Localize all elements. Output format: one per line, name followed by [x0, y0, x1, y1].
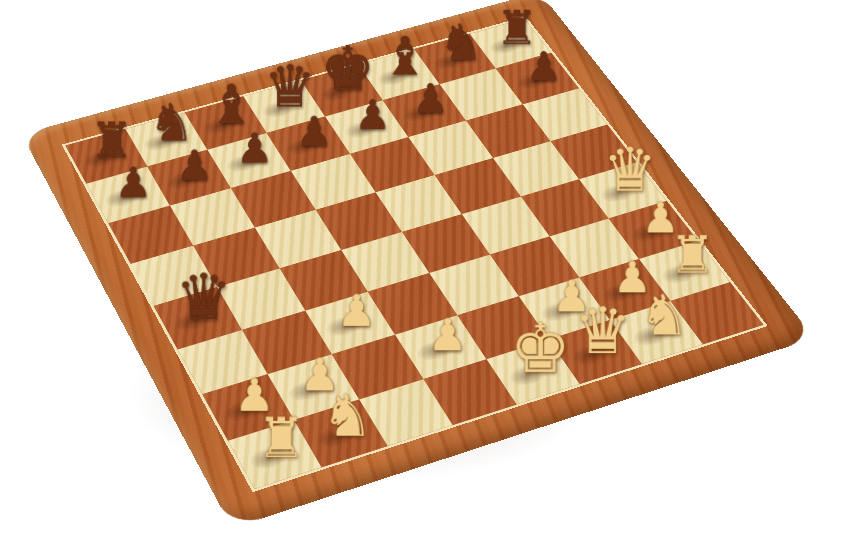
- square-a5: [131, 246, 218, 306]
- product-photo-canvas: ♜♞♝♛♚♝♞♜♟♟♟♟♟♟♟♛♛♟♟♟♟♟♟♟♜♜♞♚♛♞: [0, 0, 850, 537]
- piece-white-pawn-h3: ♟: [642, 197, 680, 239]
- piece-white-pawn-f2: ♟: [552, 275, 591, 318]
- piece-black-knight-b8: ♞: [149, 97, 195, 148]
- piece-black-rook-h8: ♜: [496, 5, 538, 51]
- piece-white-queen-h4: ♛: [603, 139, 657, 199]
- piece-black-rook-a8: ♜: [90, 116, 134, 165]
